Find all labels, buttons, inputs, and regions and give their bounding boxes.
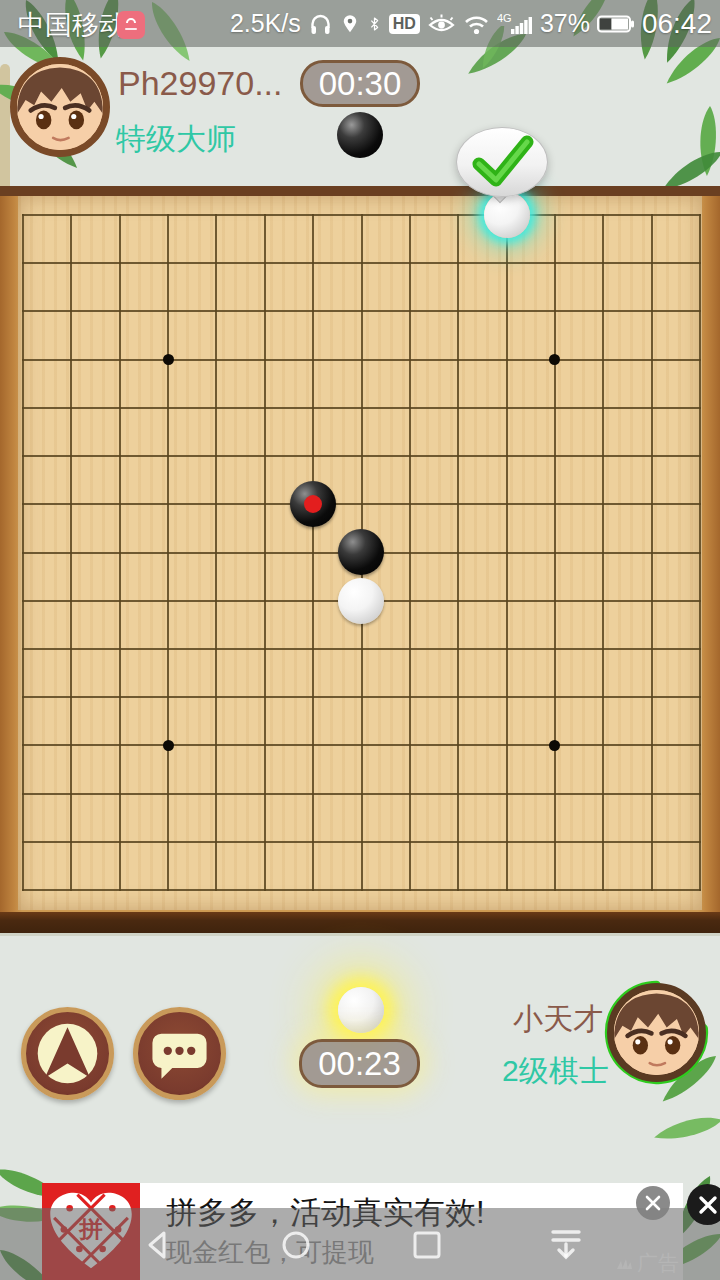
ad-provider-icon	[616, 1256, 633, 1270]
grid-line-horizontal	[22, 744, 701, 746]
notification-app-icon	[117, 11, 145, 39]
network-speed: 2.5K/s	[230, 9, 301, 38]
grid-line-horizontal	[22, 841, 701, 843]
checkmark-icon	[457, 128, 547, 196]
battery-percent: 37%	[540, 9, 590, 38]
grid-line-horizontal	[22, 696, 701, 698]
bottom-player-avatar[interactable]	[607, 983, 706, 1082]
nav-back-icon[interactable]	[142, 1229, 174, 1261]
grid-line-vertical	[409, 214, 411, 891]
chat-button[interactable]	[133, 1007, 226, 1100]
eye-comfort-icon	[427, 12, 456, 36]
star-point	[549, 354, 560, 365]
status-bar: 中国移动 2.5K/s HD	[0, 0, 720, 47]
up-arrow-icon	[26, 1012, 109, 1095]
top-player-rank: 特级大师	[116, 119, 236, 160]
grid-line-horizontal	[22, 648, 701, 650]
star-point	[163, 740, 174, 751]
avatar-face	[614, 990, 699, 1075]
white-stone	[338, 578, 384, 624]
grid-line-horizontal	[22, 889, 701, 891]
bottom-player-name: 小天才	[510, 999, 603, 1040]
close-icon	[644, 1194, 662, 1212]
nav-hide-icon[interactable]	[549, 1228, 583, 1261]
battery-icon	[597, 14, 635, 34]
arrow-up-button[interactable]	[21, 1007, 114, 1100]
black-stone	[338, 529, 384, 575]
headset-icon	[308, 12, 333, 36]
top-player-name: Ph29970...	[118, 64, 282, 103]
top-player-timer: 00:30	[300, 60, 420, 107]
grid-line-vertical	[651, 214, 653, 891]
close-icon	[697, 1194, 719, 1216]
grid-line-vertical	[457, 214, 459, 891]
board-grid-layer	[0, 186, 720, 936]
ad-label: 广告	[616, 1249, 679, 1277]
chat-bubble-icon	[138, 1012, 221, 1095]
top-player-avatar[interactable]	[10, 57, 110, 157]
shopping-bag-icon	[117, 11, 145, 39]
grid-line-vertical	[602, 214, 604, 891]
avatar-image	[607, 983, 706, 1082]
bottom-player-timer: 00:23	[299, 1039, 420, 1088]
carrier-label: 中国移动	[18, 7, 126, 43]
location-icon	[340, 12, 360, 36]
last-move-marker	[304, 495, 322, 513]
bluetooth-icon	[367, 12, 382, 36]
ad-close-button[interactable]	[636, 1186, 670, 1220]
pending-white-stone[interactable]	[484, 192, 530, 238]
wifi-icon	[463, 12, 490, 36]
svg-text:4G: 4G	[497, 12, 512, 24]
avatar-face	[17, 64, 103, 150]
gomoku-board[interactable]	[0, 186, 720, 936]
white-stone-turn-indicator	[338, 987, 384, 1033]
grid-line-vertical	[506, 214, 508, 891]
nav-recents-icon[interactable]	[411, 1229, 443, 1261]
star-point	[549, 740, 560, 751]
grid-line-vertical	[699, 214, 701, 891]
black-stone-indicator	[337, 112, 383, 158]
black-stone	[290, 481, 336, 527]
clock: 06:42	[642, 8, 712, 40]
hd-badge: HD	[389, 14, 420, 34]
banner-close-button[interactable]	[687, 1184, 720, 1225]
nav-home-icon[interactable]	[280, 1229, 312, 1261]
confirm-move-button[interactable]	[456, 127, 548, 197]
navigation-bar	[0, 1208, 720, 1280]
grid-line-vertical	[554, 214, 556, 891]
bottom-player-rank: 2级棋士	[502, 1051, 609, 1092]
grid-line-horizontal	[22, 793, 701, 795]
signal-4g-icon: 4G	[497, 12, 533, 36]
star-point	[163, 354, 174, 365]
